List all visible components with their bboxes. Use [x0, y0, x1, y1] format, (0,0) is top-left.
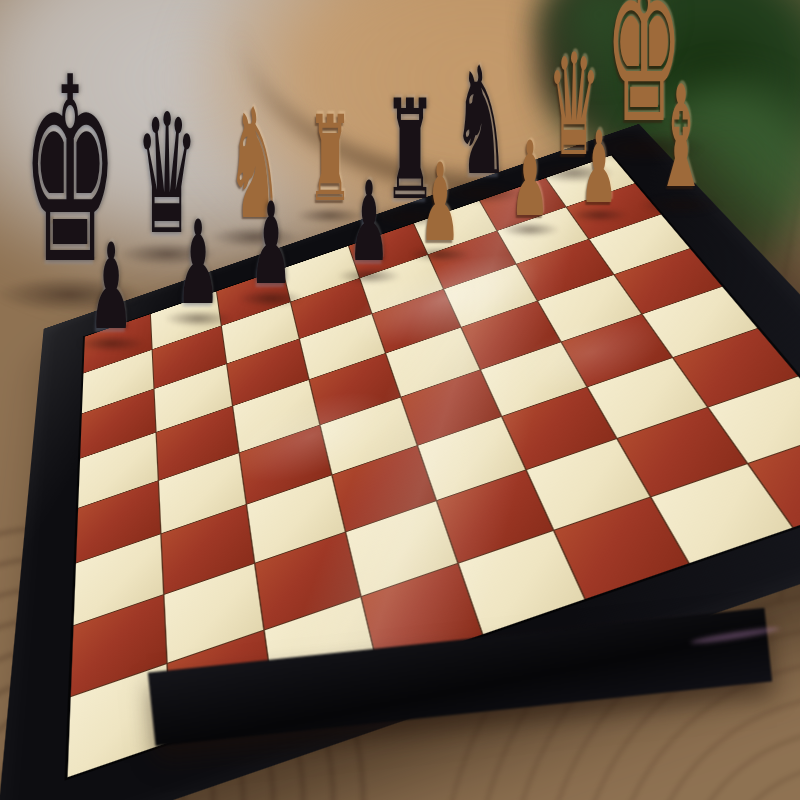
- brown-rook-glyph: ♜: [308, 99, 353, 218]
- black-knight-glyph: ♞: [453, 47, 509, 196]
- black-pawn-glyph: ♟: [176, 205, 220, 321]
- brown-pawn-glyph: ♟: [420, 149, 461, 257]
- chess-pieces-layer: ♚♛♞♜♜♞♛♚♟♟♟♟♟♟♟♝: [0, 0, 800, 800]
- brown-pawn-glyph: ♟: [580, 118, 617, 217]
- brown-pawn-glyph: ♟: [510, 129, 549, 233]
- black-pawn-glyph: ♟: [89, 227, 134, 346]
- black-pawn-glyph: ♟: [250, 188, 293, 301]
- brown-bishop-glyph: ♝: [654, 67, 707, 208]
- black-pawn-glyph: ♟: [348, 168, 390, 278]
